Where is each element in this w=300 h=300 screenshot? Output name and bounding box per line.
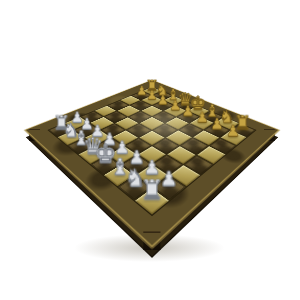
square-h7: ♟ [220, 130, 246, 145]
piece-gold-pawn: ♟ [218, 124, 249, 140]
board-surface: ♜♞♝♛♚♝♞♜♟♟♟♟♟♟♟♟♟♟♟♟♟♟♟♟♜♞♝♛♚♝♞♜ [26, 80, 278, 245]
square-h1: ♜ [135, 188, 169, 215]
chess-board: ♜♞♝♛♚♝♞♜♟♟♟♟♟♟♟♟♟♟♟♟♟♟♟♟♜♞♝♛♚♝♞♜ [26, 80, 278, 245]
chess-set-product-photo: ♜♞♝♛♚♝♞♜♟♟♟♟♟♟♟♟♟♟♟♟♟♟♟♟♜♞♝♛♚♝♞♜ [0, 0, 300, 300]
board-grid: ♜♞♝♛♚♝♞♜♟♟♟♟♟♟♟♟♟♟♟♟♟♟♟♟♜♞♝♛♚♝♞♜ [49, 87, 255, 215]
piece-silver-rook: ♜ [131, 177, 173, 204]
square-d5 [140, 117, 164, 130]
square-e4 [139, 130, 165, 145]
